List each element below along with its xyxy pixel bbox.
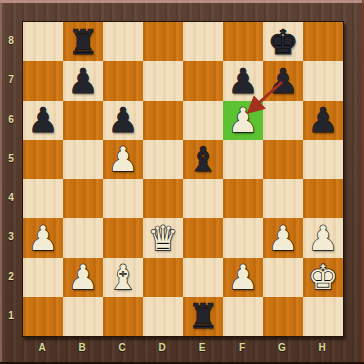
rank-labels: 87654321 (0, 21, 22, 335)
file-label-c: C (102, 337, 142, 357)
square-b3[interactable] (63, 218, 103, 257)
piece-black-pawn[interactable]: ♟ (228, 64, 258, 98)
board: ♜♚♟♟♟♟♟♟♟♟♝♟♛♟♟♟♝♟♚♜ (22, 21, 344, 337)
file-label-e: E (182, 337, 222, 357)
square-e3[interactable] (183, 218, 223, 257)
piece-black-pawn[interactable]: ♟ (68, 64, 98, 98)
square-c5[interactable]: ♟ (103, 140, 143, 179)
square-e8[interactable] (183, 22, 223, 61)
square-h7[interactable] (303, 61, 343, 100)
square-g5[interactable] (263, 140, 303, 179)
square-b4[interactable] (63, 179, 103, 218)
file-label-a: A (22, 337, 62, 357)
square-b1[interactable] (63, 297, 103, 336)
piece-white-bishop[interactable]: ♝ (108, 260, 138, 294)
square-a7[interactable] (23, 61, 63, 100)
square-e1[interactable]: ♜ (183, 297, 223, 336)
square-d7[interactable] (143, 61, 183, 100)
square-f3[interactable] (223, 218, 263, 257)
square-d8[interactable] (143, 22, 183, 61)
square-f6[interactable]: ♟ (223, 101, 263, 140)
piece-black-rook[interactable]: ♜ (188, 299, 218, 333)
piece-white-pawn[interactable]: ♟ (28, 221, 58, 255)
piece-black-king[interactable]: ♚ (268, 25, 298, 59)
square-a5[interactable] (23, 140, 63, 179)
rank-label-3: 3 (0, 217, 22, 256)
square-d2[interactable] (143, 258, 183, 297)
square-e6[interactable] (183, 101, 223, 140)
square-g1[interactable] (263, 297, 303, 336)
file-label-b: B (62, 337, 102, 357)
square-h1[interactable] (303, 297, 343, 336)
square-h4[interactable] (303, 179, 343, 218)
square-g8[interactable]: ♚ (263, 22, 303, 61)
square-h3[interactable]: ♟ (303, 218, 343, 257)
square-g4[interactable] (263, 179, 303, 218)
square-a2[interactable] (23, 258, 63, 297)
piece-black-pawn[interactable]: ♟ (308, 103, 338, 137)
piece-white-pawn[interactable]: ♟ (268, 221, 298, 255)
square-h8[interactable] (303, 22, 343, 61)
square-c4[interactable] (103, 179, 143, 218)
chess-board-screenshot: 87654321 ♜♚♟♟♟♟♟♟♟♟♝♟♛♟♟♟♝♟♚♜ ABCDEFGH (0, 0, 364, 364)
square-a6[interactable]: ♟ (23, 101, 63, 140)
square-g6[interactable] (263, 101, 303, 140)
square-h6[interactable]: ♟ (303, 101, 343, 140)
piece-white-pawn[interactable]: ♟ (308, 221, 338, 255)
piece-white-king[interactable]: ♚ (308, 260, 338, 294)
square-b6[interactable] (63, 101, 103, 140)
square-b8[interactable]: ♜ (63, 22, 103, 61)
rank-label-6: 6 (0, 100, 22, 139)
square-e4[interactable] (183, 179, 223, 218)
square-g7[interactable]: ♟ (263, 61, 303, 100)
square-c3[interactable] (103, 218, 143, 257)
square-c6[interactable]: ♟ (103, 101, 143, 140)
piece-white-pawn[interactable]: ♟ (108, 142, 138, 176)
square-a1[interactable] (23, 297, 63, 336)
square-e5[interactable]: ♝ (183, 140, 223, 179)
square-d6[interactable] (143, 101, 183, 140)
square-b5[interactable] (63, 140, 103, 179)
rank-label-1: 1 (0, 296, 22, 335)
rank-label-2: 2 (0, 257, 22, 296)
square-f8[interactable] (223, 22, 263, 61)
piece-white-pawn[interactable]: ♟ (228, 260, 258, 294)
square-h2[interactable]: ♚ (303, 258, 343, 297)
square-c7[interactable] (103, 61, 143, 100)
file-labels: ABCDEFGH (22, 337, 342, 357)
piece-white-queen[interactable]: ♛ (148, 221, 178, 255)
piece-black-rook[interactable]: ♜ (68, 25, 98, 59)
file-label-f: F (222, 337, 262, 357)
square-f4[interactable] (223, 179, 263, 218)
square-f2[interactable]: ♟ (223, 258, 263, 297)
square-a4[interactable] (23, 179, 63, 218)
rank-label-7: 7 (0, 60, 22, 99)
square-g2[interactable] (263, 258, 303, 297)
square-d4[interactable] (143, 179, 183, 218)
file-label-g: G (262, 337, 302, 357)
square-f7[interactable]: ♟ (223, 61, 263, 100)
piece-white-pawn[interactable]: ♟ (68, 260, 98, 294)
rank-label-5: 5 (0, 139, 22, 178)
piece-black-pawn[interactable]: ♟ (28, 103, 58, 137)
square-b7[interactable]: ♟ (63, 61, 103, 100)
piece-black-pawn[interactable]: ♟ (108, 103, 138, 137)
piece-white-pawn[interactable]: ♟ (228, 103, 258, 137)
square-d3[interactable]: ♛ (143, 218, 183, 257)
square-g3[interactable]: ♟ (263, 218, 303, 257)
square-e7[interactable] (183, 61, 223, 100)
square-h5[interactable] (303, 140, 343, 179)
square-c2[interactable]: ♝ (103, 258, 143, 297)
frame-top-highlight (0, 0, 364, 3)
piece-black-bishop[interactable]: ♝ (188, 142, 218, 176)
piece-black-pawn[interactable]: ♟ (268, 64, 298, 98)
square-f1[interactable] (223, 297, 263, 336)
square-a3[interactable]: ♟ (23, 218, 63, 257)
square-a8[interactable] (23, 22, 63, 61)
file-label-h: H (302, 337, 342, 357)
rank-label-4: 4 (0, 178, 22, 217)
square-d5[interactable] (143, 140, 183, 179)
square-f5[interactable] (223, 140, 263, 179)
square-d1[interactable] (143, 297, 183, 336)
square-e2[interactable] (183, 258, 223, 297)
rank-label-8: 8 (0, 21, 22, 60)
square-b2[interactable]: ♟ (63, 258, 103, 297)
square-c8[interactable] (103, 22, 143, 61)
square-c1[interactable] (103, 297, 143, 336)
file-label-d: D (142, 337, 182, 357)
